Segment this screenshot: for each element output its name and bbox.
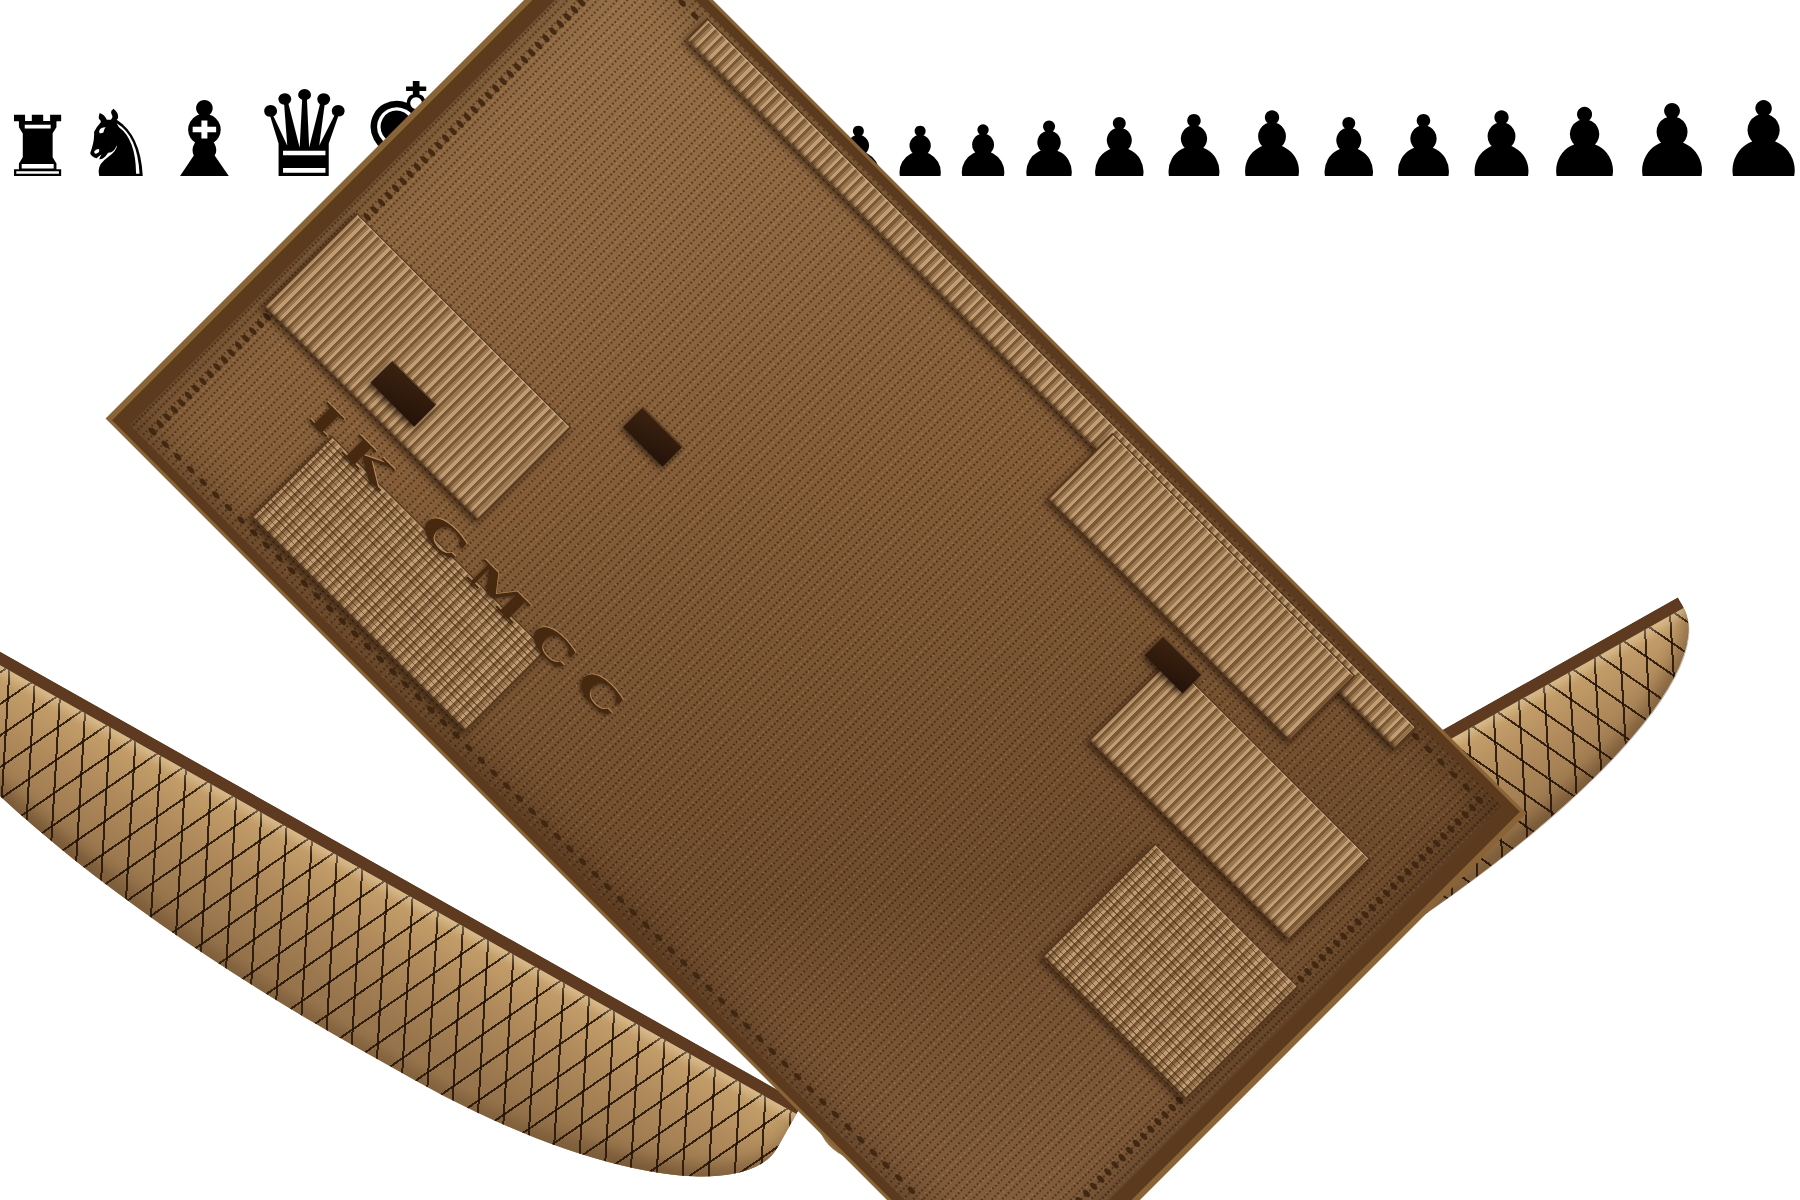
black-queen-d8: ♛ xyxy=(251,66,358,204)
white-pawn-a2: ♟ xyxy=(1313,101,1386,195)
black-pawn-g7: ♟ xyxy=(1156,97,1232,196)
black-pawn-c7: ♟ xyxy=(889,112,951,192)
pieces-layer: ♜♞♝♛♚♝♞♜♟♟♟♟♟♟♟♟♟♟♟♟♟♟♟♟♜♞♝♛♚♝♞♜ xyxy=(0,0,1800,221)
white-pawn-f2: ♟ xyxy=(1717,79,1800,201)
black-rook-a8: ♜ xyxy=(0,98,75,196)
black-pawn-e7: ♟ xyxy=(1015,105,1083,194)
black-pawn-h7: ♟ xyxy=(1232,92,1313,197)
carved-block xyxy=(623,407,683,467)
white-pawn-b2: ♟ xyxy=(1385,97,1461,196)
white-pawn-e2: ♟ xyxy=(1627,83,1717,200)
black-knight-b8: ♞ xyxy=(75,91,157,198)
white-pawn-c2: ♟ xyxy=(1461,92,1542,197)
black-pawn-f7: ♟ xyxy=(1083,101,1156,195)
white-pawn-d2: ♟ xyxy=(1542,88,1627,198)
chess-table-photo: IK CMCC ♜♞♝♛♚♝♞♜♟♟♟♟♟♟♟♟♟♟♟♟♟♟♟♟♜♞♝♛♚♝♞♜ xyxy=(0,0,1800,1200)
black-pawn-d7: ♟ xyxy=(951,110,1015,193)
black-bishop-c8: ♝ xyxy=(158,79,251,201)
